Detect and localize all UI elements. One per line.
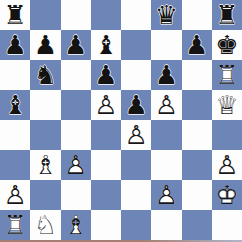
piece-white-pawn[interactable]: ♟♙ [151, 90, 181, 120]
square-a6[interactable] [0, 60, 30, 90]
square-a1[interactable]: ♜♖ [0, 210, 30, 240]
piece-white-pawn[interactable]: ♟♙ [121, 120, 151, 150]
piece-white-knight[interactable]: ♞♘ [30, 210, 60, 240]
white-pawn-outline-icon: ♙ [61, 150, 91, 180]
square-a5[interactable]: ♝ [0, 90, 30, 120]
square-g2[interactable] [182, 180, 212, 210]
square-a4[interactable] [0, 120, 30, 150]
piece-white-pawn[interactable]: ♟♙ [212, 150, 242, 180]
square-e3[interactable] [121, 150, 151, 180]
square-g3[interactable] [182, 150, 212, 180]
square-b2[interactable] [30, 180, 60, 210]
square-e4[interactable]: ♟♙ [121, 120, 151, 150]
white-bishop-outline-icon: ♗ [30, 150, 60, 180]
square-d8[interactable] [91, 0, 121, 30]
black-king-icon: ♚ [212, 30, 242, 60]
square-e1[interactable] [121, 210, 151, 240]
white-queen-outline-icon: ♕ [212, 90, 242, 120]
square-f1[interactable] [151, 210, 181, 240]
square-b3[interactable]: ♝♗ [30, 150, 60, 180]
black-rook-icon: ♜ [212, 0, 242, 30]
white-bishop-outline-icon: ♗ [61, 210, 91, 240]
square-d3[interactable] [91, 150, 121, 180]
piece-black-rook[interactable]: ♜ [0, 0, 30, 30]
white-pawn-outline-icon: ♙ [151, 90, 181, 120]
square-e7[interactable] [121, 30, 151, 60]
square-h7[interactable]: ♚ [212, 30, 242, 60]
board-grid: ♜♛♜♟♟♟♝♟♚♞♟♟♜♖♝♟♙♟♟♙♛♕♟♙♝♗♟♙♟♙♟♙♟♙♚♔♜♖♞♘… [0, 0, 242, 240]
square-f3[interactable] [151, 150, 181, 180]
square-b6[interactable]: ♞ [30, 60, 60, 90]
piece-black-bishop[interactable]: ♝ [91, 30, 121, 60]
square-f6[interactable]: ♟ [151, 60, 181, 90]
square-e5[interactable]: ♟ [121, 90, 151, 120]
square-f4[interactable] [151, 120, 181, 150]
black-pawn-icon: ♟ [0, 30, 30, 60]
white-rook-outline-icon: ♖ [212, 60, 242, 90]
white-rook-outline-icon: ♖ [0, 210, 30, 240]
black-bishop-icon: ♝ [0, 90, 30, 120]
square-g8[interactable] [182, 0, 212, 30]
square-d5[interactable]: ♟♙ [91, 90, 121, 120]
piece-black-bishop[interactable]: ♝ [0, 90, 30, 120]
square-b4[interactable] [30, 120, 60, 150]
square-h8[interactable]: ♜ [212, 0, 242, 30]
piece-black-pawn[interactable]: ♟ [182, 30, 212, 60]
black-knight-icon: ♞ [30, 60, 60, 90]
square-b8[interactable] [30, 0, 60, 30]
piece-black-pawn[interactable]: ♟ [30, 30, 60, 60]
black-pawn-icon: ♟ [30, 30, 60, 60]
square-h2[interactable]: ♚♔ [212, 180, 242, 210]
piece-black-pawn[interactable]: ♟ [151, 60, 181, 90]
white-pawn-outline-icon: ♙ [212, 150, 242, 180]
chess-board: ♜♛♜♟♟♟♝♟♚♞♟♟♜♖♝♟♙♟♟♙♛♕♟♙♝♗♟♙♟♙♟♙♟♙♚♔♜♖♞♘… [0, 0, 242, 242]
piece-white-queen[interactable]: ♛♕ [212, 90, 242, 120]
square-h1[interactable] [212, 210, 242, 240]
piece-white-pawn[interactable]: ♟♙ [91, 90, 121, 120]
white-pawn-outline-icon: ♙ [121, 120, 151, 150]
square-a3[interactable] [0, 150, 30, 180]
square-a2[interactable]: ♟♙ [0, 180, 30, 210]
piece-black-pawn[interactable]: ♟ [61, 30, 91, 60]
square-c7[interactable]: ♟ [61, 30, 91, 60]
square-d7[interactable]: ♝ [91, 30, 121, 60]
square-d6[interactable]: ♟ [91, 60, 121, 90]
black-pawn-icon: ♟ [121, 90, 151, 120]
black-rook-icon: ♜ [0, 0, 30, 30]
square-h5[interactable]: ♛♕ [212, 90, 242, 120]
black-pawn-icon: ♟ [151, 60, 181, 90]
piece-black-rook[interactable]: ♜ [212, 0, 242, 30]
piece-black-pawn[interactable]: ♟ [91, 60, 121, 90]
white-pawn-outline-icon: ♙ [0, 180, 30, 210]
square-b5[interactable] [30, 90, 60, 120]
square-d2[interactable] [91, 180, 121, 210]
square-b7[interactable]: ♟ [30, 30, 60, 60]
square-c5[interactable] [61, 90, 91, 120]
square-c3[interactable]: ♟♙ [61, 150, 91, 180]
black-pawn-icon: ♟ [91, 60, 121, 90]
square-g7[interactable]: ♟ [182, 30, 212, 60]
square-g6[interactable] [182, 60, 212, 90]
white-knight-outline-icon: ♘ [30, 210, 60, 240]
white-pawn-outline-icon: ♙ [151, 180, 181, 210]
square-f5[interactable]: ♟♙ [151, 90, 181, 120]
square-g5[interactable] [182, 90, 212, 120]
black-pawn-icon: ♟ [182, 30, 212, 60]
square-d4[interactable] [91, 120, 121, 150]
black-bishop-icon: ♝ [91, 30, 121, 60]
square-e8[interactable] [121, 0, 151, 30]
piece-black-pawn[interactable]: ♟ [0, 30, 30, 60]
square-c4[interactable] [61, 120, 91, 150]
piece-white-king[interactable]: ♚♔ [212, 180, 242, 210]
square-h4[interactable] [212, 120, 242, 150]
square-f7[interactable] [151, 30, 181, 60]
black-pawn-icon: ♟ [61, 30, 91, 60]
square-f2[interactable]: ♟♙ [151, 180, 181, 210]
piece-black-king[interactable]: ♚ [212, 30, 242, 60]
square-c1[interactable]: ♝♗ [61, 210, 91, 240]
piece-white-pawn[interactable]: ♟♙ [151, 180, 181, 210]
square-a8[interactable]: ♜ [0, 0, 30, 30]
square-g4[interactable] [182, 120, 212, 150]
white-pawn-outline-icon: ♙ [91, 90, 121, 120]
piece-white-pawn[interactable]: ♟♙ [61, 150, 91, 180]
piece-white-bishop[interactable]: ♝♗ [61, 210, 91, 240]
square-a7[interactable]: ♟ [0, 30, 30, 60]
square-c2[interactable] [61, 180, 91, 210]
piece-black-knight[interactable]: ♞ [30, 60, 60, 90]
square-b1[interactable]: ♞♘ [30, 210, 60, 240]
square-h3[interactable]: ♟♙ [212, 150, 242, 180]
square-h6[interactable]: ♜♖ [212, 60, 242, 90]
piece-black-queen[interactable]: ♛ [151, 0, 181, 30]
piece-black-pawn[interactable]: ♟ [121, 90, 151, 120]
square-e6[interactable] [121, 60, 151, 90]
black-queen-icon: ♛ [151, 0, 181, 30]
piece-white-rook[interactable]: ♜♖ [212, 60, 242, 90]
square-e2[interactable] [121, 180, 151, 210]
piece-white-bishop[interactable]: ♝♗ [30, 150, 60, 180]
square-f8[interactable]: ♛ [151, 0, 181, 30]
square-d1[interactable] [91, 210, 121, 240]
piece-white-rook[interactable]: ♜♖ [0, 210, 30, 240]
square-c6[interactable] [61, 60, 91, 90]
square-c8[interactable] [61, 0, 91, 30]
piece-white-pawn[interactable]: ♟♙ [0, 180, 30, 210]
white-king-outline-icon: ♔ [212, 180, 242, 210]
square-g1[interactable] [182, 210, 212, 240]
